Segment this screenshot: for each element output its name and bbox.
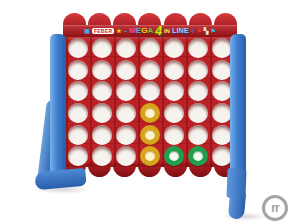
empty-slot-col2-row6[interactable]	[92, 146, 112, 166]
right-leg-post	[230, 34, 246, 186]
empty-slot-col1-row5[interactable]	[68, 125, 88, 145]
empty-slot-col3-row5[interactable]	[116, 125, 136, 145]
empty-slot-col6-row4[interactable]	[188, 103, 208, 123]
empty-slot-col4-row1[interactable]	[140, 38, 160, 58]
empty-slot-col3-row2[interactable]	[116, 60, 136, 80]
disc-yellow-col4-row6[interactable]	[140, 146, 160, 166]
empty-slot-col5-row3[interactable]	[164, 81, 184, 101]
empty-slot-col7-row6[interactable]	[212, 146, 232, 166]
empty-slot-col6-row2[interactable]	[188, 60, 208, 80]
empty-slot-col3-row4[interactable]	[116, 103, 136, 123]
empty-slot-col6-row3[interactable]	[188, 81, 208, 101]
empty-slot-col2-row5[interactable]	[92, 125, 112, 145]
disc-yellow-col4-row4[interactable]	[140, 103, 160, 123]
empty-slot-col7-row1[interactable]	[212, 38, 232, 58]
empty-slot-col1-row1[interactable]	[68, 38, 88, 58]
empty-slot-col3-row3[interactable]	[116, 81, 136, 101]
empty-slot-col7-row5[interactable]	[212, 125, 232, 145]
banner-decoration: ★	[116, 28, 121, 34]
empty-slot-col5-row2[interactable]	[164, 60, 184, 80]
right-leg-sleeve	[226, 168, 246, 199]
disc-green-col5-row6[interactable]	[164, 146, 184, 166]
title-word-line: LINE	[172, 27, 189, 35]
brand-logo: FEBER	[92, 28, 114, 34]
empty-slot-col5-row1[interactable]	[164, 38, 184, 58]
watermark-logo: rr	[262, 195, 288, 221]
empty-slot-col4-row2[interactable]	[140, 60, 160, 80]
empty-slot-col5-row4[interactable]	[164, 103, 184, 123]
empty-slot-col1-row3[interactable]	[68, 81, 88, 101]
product-photo-stage: ▣FEBER★~MEGA4INLINE4⚑▚⚑ rr	[0, 0, 300, 224]
empty-slot-col2-row4[interactable]	[92, 103, 112, 123]
banner-decoration: ⚑	[210, 28, 215, 34]
empty-slot-col4-row3[interactable]	[140, 81, 160, 101]
title-number-4: 4	[155, 26, 162, 36]
empty-slot-col2-row3[interactable]	[92, 81, 112, 101]
empty-slot-col7-row4[interactable]	[212, 103, 232, 123]
empty-slot-col1-row4[interactable]	[68, 103, 88, 123]
empty-slot-col6-row5[interactable]	[188, 125, 208, 145]
banner-decoration: ⚑	[196, 28, 201, 34]
empty-slot-col5-row5[interactable]	[164, 125, 184, 145]
banner-decoration: 4	[191, 28, 194, 34]
holes-layer	[63, 37, 237, 167]
banner-decoration: ~	[124, 28, 128, 34]
left-leg-post	[50, 34, 66, 180]
empty-slot-col3-row1[interactable]	[116, 38, 136, 58]
empty-slot-col2-row2[interactable]	[92, 60, 112, 80]
empty-slot-col2-row1[interactable]	[92, 38, 112, 58]
empty-slot-col1-row2[interactable]	[68, 60, 88, 80]
brand-icon: ▣	[84, 28, 90, 34]
empty-slot-col1-row6[interactable]	[68, 146, 88, 166]
title-word-in: IN	[164, 28, 170, 34]
empty-slot-col3-row6[interactable]	[116, 146, 136, 166]
watermark-text: rr	[271, 201, 278, 215]
empty-slot-col7-row3[interactable]	[212, 81, 232, 101]
empty-slot-col7-row2[interactable]	[212, 60, 232, 80]
disc-yellow-col4-row5[interactable]	[140, 125, 160, 145]
empty-slot-col6-row1[interactable]	[188, 38, 208, 58]
disc-green-col6-row6[interactable]	[188, 146, 208, 166]
banner: ▣FEBER★~MEGA4INLINE4⚑▚⚑	[63, 25, 237, 37]
banner-decoration: ▚	[204, 28, 209, 34]
title-word-mega: MEGA	[129, 27, 153, 35]
